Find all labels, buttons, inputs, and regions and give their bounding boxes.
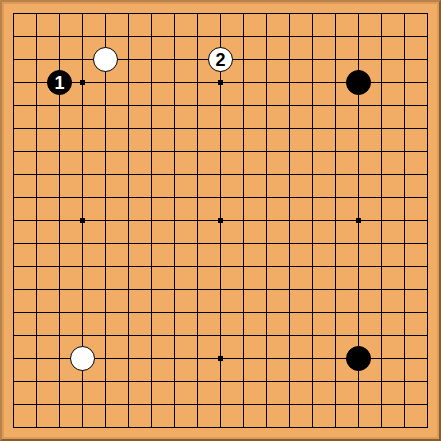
intersection	[301, 163, 324, 186]
intersection	[94, 255, 117, 278]
intersection	[2, 301, 25, 324]
intersection	[2, 94, 25, 117]
intersection	[370, 393, 393, 416]
intersection	[186, 94, 209, 117]
intersection	[232, 232, 255, 255]
black-stone	[346, 70, 371, 95]
intersection	[416, 2, 439, 25]
intersection	[301, 140, 324, 163]
intersection	[255, 278, 278, 301]
intersection	[278, 94, 301, 117]
intersection	[347, 25, 370, 48]
intersection	[278, 416, 301, 439]
intersection	[370, 278, 393, 301]
intersection	[209, 278, 232, 301]
intersection	[347, 416, 370, 439]
intersection	[71, 301, 94, 324]
intersection	[347, 163, 370, 186]
intersection	[301, 232, 324, 255]
intersection	[140, 2, 163, 25]
intersection	[301, 370, 324, 393]
intersection	[232, 278, 255, 301]
intersection	[255, 393, 278, 416]
intersection	[25, 71, 48, 94]
intersection	[117, 370, 140, 393]
stone-label: 2	[215, 50, 225, 68]
intersection	[393, 347, 416, 370]
white-stone: 2	[208, 47, 233, 72]
intersection	[278, 393, 301, 416]
intersection	[278, 48, 301, 71]
intersection	[71, 186, 94, 209]
intersection	[301, 301, 324, 324]
intersection	[232, 301, 255, 324]
intersection	[71, 140, 94, 163]
intersection	[25, 186, 48, 209]
intersection	[232, 393, 255, 416]
intersection	[48, 163, 71, 186]
intersection	[163, 25, 186, 48]
intersection	[393, 25, 416, 48]
intersection	[186, 255, 209, 278]
intersection	[416, 140, 439, 163]
intersection	[301, 255, 324, 278]
intersection	[370, 370, 393, 393]
intersection	[117, 25, 140, 48]
intersection	[94, 186, 117, 209]
intersection	[324, 324, 347, 347]
intersection	[416, 370, 439, 393]
intersection	[416, 94, 439, 117]
intersection	[71, 48, 94, 71]
star-point	[218, 356, 223, 361]
intersection	[163, 347, 186, 370]
intersection	[209, 347, 232, 370]
intersection	[94, 209, 117, 232]
intersection	[324, 71, 347, 94]
intersection	[25, 140, 48, 163]
intersection	[48, 393, 71, 416]
intersection	[324, 301, 347, 324]
intersection: 2	[209, 48, 232, 71]
intersection	[393, 117, 416, 140]
intersection	[232, 48, 255, 71]
intersection	[416, 232, 439, 255]
intersection	[163, 416, 186, 439]
intersection	[186, 324, 209, 347]
intersection	[393, 140, 416, 163]
intersection	[163, 232, 186, 255]
intersection	[324, 2, 347, 25]
intersection	[94, 163, 117, 186]
intersection	[416, 163, 439, 186]
intersection	[117, 347, 140, 370]
intersection	[393, 370, 416, 393]
intersection	[117, 278, 140, 301]
intersection	[393, 232, 416, 255]
intersection	[2, 48, 25, 71]
intersection	[324, 347, 347, 370]
intersection	[25, 117, 48, 140]
intersection	[255, 255, 278, 278]
intersection	[94, 94, 117, 117]
intersection	[163, 324, 186, 347]
intersection	[163, 2, 186, 25]
intersection	[278, 347, 301, 370]
intersection	[140, 232, 163, 255]
intersection	[278, 117, 301, 140]
intersection	[416, 393, 439, 416]
intersection	[163, 278, 186, 301]
intersection	[48, 324, 71, 347]
intersection	[209, 140, 232, 163]
intersection	[94, 25, 117, 48]
intersection	[209, 117, 232, 140]
intersection	[232, 186, 255, 209]
intersection	[370, 25, 393, 48]
intersection	[370, 163, 393, 186]
intersection	[278, 278, 301, 301]
intersection	[347, 48, 370, 71]
intersection	[140, 347, 163, 370]
intersection	[324, 140, 347, 163]
intersection	[209, 255, 232, 278]
star-point	[80, 80, 85, 85]
intersection	[117, 186, 140, 209]
intersection	[278, 186, 301, 209]
intersection	[347, 140, 370, 163]
intersection	[209, 416, 232, 439]
intersection	[370, 209, 393, 232]
intersection	[347, 393, 370, 416]
intersection	[186, 117, 209, 140]
intersection	[370, 301, 393, 324]
intersection	[71, 370, 94, 393]
intersection	[324, 370, 347, 393]
intersection	[2, 232, 25, 255]
intersection	[278, 140, 301, 163]
intersection	[71, 232, 94, 255]
intersection	[117, 232, 140, 255]
intersection	[324, 48, 347, 71]
intersection	[48, 186, 71, 209]
intersection	[94, 370, 117, 393]
intersection	[163, 393, 186, 416]
intersection	[301, 347, 324, 370]
intersection	[347, 301, 370, 324]
intersection	[393, 255, 416, 278]
go-board: 21	[0, 0, 441, 441]
intersection	[2, 117, 25, 140]
intersection	[347, 2, 370, 25]
intersection	[347, 255, 370, 278]
intersection	[209, 71, 232, 94]
intersection	[301, 94, 324, 117]
intersection	[140, 209, 163, 232]
intersection	[209, 2, 232, 25]
intersection	[117, 2, 140, 25]
intersection	[117, 209, 140, 232]
intersection	[370, 2, 393, 25]
intersection	[347, 209, 370, 232]
intersection	[209, 186, 232, 209]
intersection	[416, 186, 439, 209]
intersection	[347, 117, 370, 140]
intersection	[48, 347, 71, 370]
intersection	[232, 2, 255, 25]
black-stone: 1	[47, 70, 72, 95]
intersection	[186, 163, 209, 186]
intersection	[347, 71, 370, 94]
intersection	[163, 163, 186, 186]
intersection	[71, 209, 94, 232]
intersection	[209, 370, 232, 393]
intersection	[2, 186, 25, 209]
intersection	[232, 71, 255, 94]
intersection	[370, 48, 393, 71]
intersection	[186, 209, 209, 232]
intersection	[232, 416, 255, 439]
intersection	[255, 186, 278, 209]
intersection	[94, 347, 117, 370]
intersection	[232, 370, 255, 393]
intersection	[255, 416, 278, 439]
intersection	[48, 117, 71, 140]
intersection	[2, 209, 25, 232]
intersection	[117, 94, 140, 117]
intersection	[94, 48, 117, 71]
intersection	[370, 186, 393, 209]
intersection	[140, 71, 163, 94]
intersection	[71, 25, 94, 48]
intersection	[94, 117, 117, 140]
intersection	[393, 209, 416, 232]
intersection	[48, 278, 71, 301]
intersection	[140, 416, 163, 439]
intersection	[140, 186, 163, 209]
intersection	[393, 163, 416, 186]
intersection	[163, 48, 186, 71]
intersection	[393, 278, 416, 301]
intersection	[370, 232, 393, 255]
intersection	[209, 232, 232, 255]
intersection	[370, 140, 393, 163]
intersection	[416, 25, 439, 48]
intersection	[255, 94, 278, 117]
intersection	[232, 117, 255, 140]
intersection	[209, 209, 232, 232]
intersection	[163, 209, 186, 232]
intersection	[2, 25, 25, 48]
intersection	[370, 71, 393, 94]
intersection	[301, 71, 324, 94]
intersection	[2, 71, 25, 94]
intersection	[94, 140, 117, 163]
intersection	[163, 94, 186, 117]
intersection	[255, 117, 278, 140]
intersection	[209, 163, 232, 186]
intersection	[278, 71, 301, 94]
intersection	[370, 255, 393, 278]
star-point	[218, 218, 223, 223]
intersection	[301, 25, 324, 48]
intersection	[117, 393, 140, 416]
intersection	[255, 324, 278, 347]
intersection	[2, 347, 25, 370]
intersection	[186, 393, 209, 416]
intersection	[209, 324, 232, 347]
intersection	[278, 25, 301, 48]
intersection	[25, 209, 48, 232]
intersection	[48, 140, 71, 163]
intersection	[232, 324, 255, 347]
intersection	[324, 255, 347, 278]
intersection	[301, 117, 324, 140]
intersection	[278, 301, 301, 324]
intersection	[25, 163, 48, 186]
intersection	[140, 94, 163, 117]
intersection	[186, 416, 209, 439]
intersection	[301, 209, 324, 232]
intersection	[2, 163, 25, 186]
intersection	[393, 393, 416, 416]
white-stone	[70, 346, 95, 371]
intersection	[278, 370, 301, 393]
intersection	[209, 301, 232, 324]
intersection	[324, 278, 347, 301]
intersection	[393, 71, 416, 94]
intersection	[25, 370, 48, 393]
intersection	[416, 117, 439, 140]
intersection	[2, 2, 25, 25]
intersection	[117, 255, 140, 278]
intersection	[416, 209, 439, 232]
intersection	[48, 301, 71, 324]
intersection	[255, 71, 278, 94]
intersection	[140, 301, 163, 324]
intersection	[255, 2, 278, 25]
intersection	[255, 140, 278, 163]
intersection	[25, 25, 48, 48]
intersection	[278, 324, 301, 347]
intersection	[393, 2, 416, 25]
intersection	[140, 48, 163, 71]
intersection	[186, 140, 209, 163]
intersection	[25, 255, 48, 278]
intersection	[416, 278, 439, 301]
intersection	[416, 48, 439, 71]
intersection	[232, 140, 255, 163]
intersection	[393, 324, 416, 347]
intersection	[94, 278, 117, 301]
intersection	[186, 71, 209, 94]
intersection	[48, 25, 71, 48]
intersection	[324, 416, 347, 439]
intersection	[209, 393, 232, 416]
intersection	[94, 301, 117, 324]
intersection	[48, 255, 71, 278]
intersection	[94, 393, 117, 416]
intersection	[255, 370, 278, 393]
intersection	[140, 163, 163, 186]
black-stone	[346, 346, 371, 371]
star-point	[218, 80, 223, 85]
intersection	[186, 186, 209, 209]
intersection	[25, 324, 48, 347]
intersection	[301, 186, 324, 209]
intersection	[278, 232, 301, 255]
intersection	[255, 25, 278, 48]
intersection	[117, 71, 140, 94]
intersection	[255, 301, 278, 324]
intersection	[94, 71, 117, 94]
intersection	[416, 301, 439, 324]
intersection	[25, 48, 48, 71]
intersection	[140, 140, 163, 163]
intersection	[186, 2, 209, 25]
intersection	[393, 94, 416, 117]
intersection	[163, 117, 186, 140]
intersection	[71, 416, 94, 439]
intersection	[186, 278, 209, 301]
intersection	[232, 163, 255, 186]
intersection	[2, 416, 25, 439]
intersection	[94, 232, 117, 255]
intersection	[324, 117, 347, 140]
intersection	[48, 94, 71, 117]
intersection	[416, 71, 439, 94]
intersection	[393, 186, 416, 209]
intersection	[117, 117, 140, 140]
intersection	[324, 94, 347, 117]
intersection	[232, 94, 255, 117]
intersection	[2, 140, 25, 163]
intersection	[209, 94, 232, 117]
intersection	[278, 163, 301, 186]
intersection	[324, 163, 347, 186]
intersection	[71, 278, 94, 301]
intersection	[71, 393, 94, 416]
intersection	[232, 347, 255, 370]
intersection	[347, 186, 370, 209]
intersection	[48, 416, 71, 439]
intersection	[186, 48, 209, 71]
intersection	[370, 324, 393, 347]
intersection	[140, 393, 163, 416]
intersection	[255, 347, 278, 370]
intersection	[2, 255, 25, 278]
intersection	[347, 94, 370, 117]
intersection	[163, 186, 186, 209]
intersection	[71, 117, 94, 140]
intersection	[347, 232, 370, 255]
intersection: 1	[48, 71, 71, 94]
intersection	[301, 48, 324, 71]
star-point	[80, 218, 85, 223]
intersection	[232, 209, 255, 232]
intersection	[163, 71, 186, 94]
intersection	[71, 2, 94, 25]
intersection	[393, 416, 416, 439]
intersection	[301, 416, 324, 439]
intersection	[25, 393, 48, 416]
intersection	[48, 370, 71, 393]
intersection	[301, 278, 324, 301]
intersection	[25, 278, 48, 301]
intersection	[301, 2, 324, 25]
stone-label: 1	[54, 73, 64, 91]
intersection	[278, 209, 301, 232]
